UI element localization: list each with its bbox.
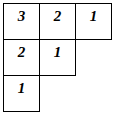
grid-cell-r0c2: 1: [75, 3, 112, 40]
page: { "game": "staircase number grid (triang…: [0, 0, 116, 115]
grid-cell-r2c0: 1: [3, 75, 40, 112]
grid-cell-r0c0: 3: [3, 3, 40, 40]
board: 321211: [0, 0, 116, 115]
grid-cell-r1c1: 1: [39, 39, 76, 76]
grid-cell-r0c1: 2: [39, 3, 76, 40]
grid-cell-r1c0: 2: [3, 39, 40, 76]
